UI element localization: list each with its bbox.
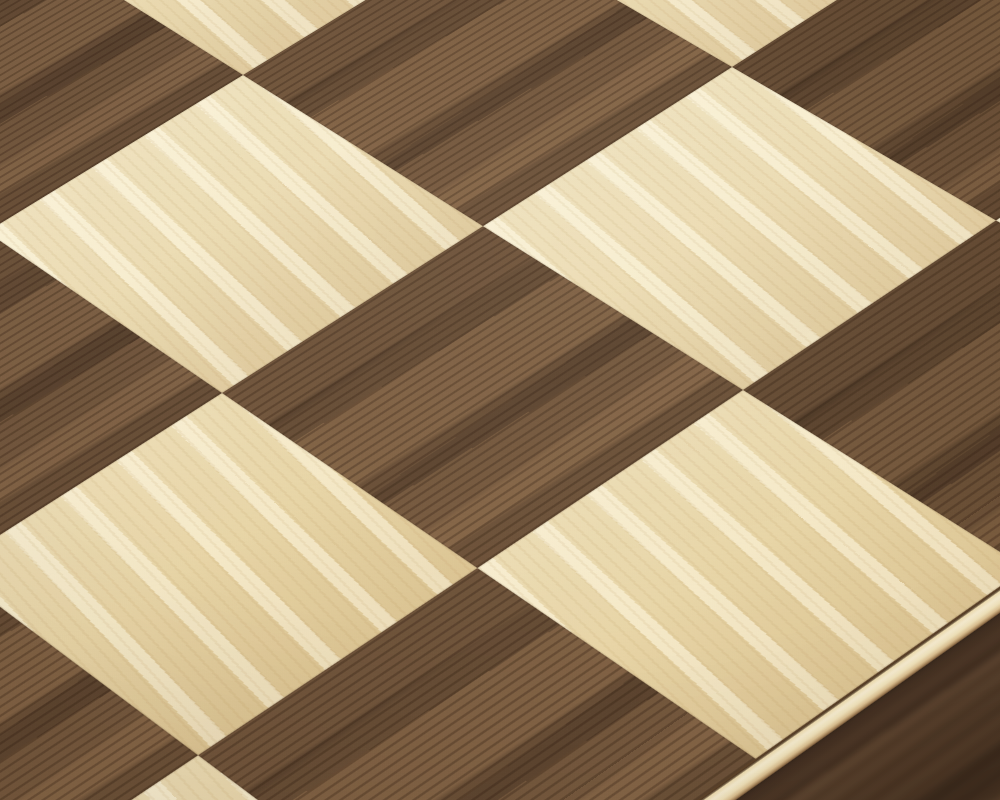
chessboard-photo	[0, 0, 1000, 800]
board-grid	[0, 0, 1000, 800]
board-plane	[0, 0, 1000, 800]
